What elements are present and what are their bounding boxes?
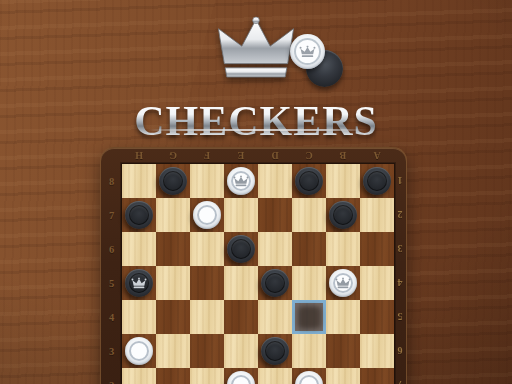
square-B7[interactable] <box>326 198 360 232</box>
white-man-piece[interactable] <box>193 201 221 229</box>
square-H7[interactable] <box>122 198 156 232</box>
square-A5[interactable] <box>360 266 394 300</box>
square-C3[interactable] <box>292 334 326 368</box>
square-D2[interactable] <box>258 368 292 384</box>
square-D8[interactable] <box>258 164 292 198</box>
square-D3[interactable] <box>258 334 292 368</box>
rank-label-5: 5 <box>101 266 122 300</box>
square-A2[interactable] <box>360 368 394 384</box>
column-label-D: D <box>258 148 292 164</box>
rank-label-6: 6 <box>101 232 122 266</box>
square-F8[interactable] <box>190 164 224 198</box>
square-E5[interactable] <box>224 266 258 300</box>
white-man-piece[interactable] <box>125 337 153 365</box>
square-F4[interactable] <box>190 300 224 334</box>
square-C5[interactable] <box>292 266 326 300</box>
black-man-piece[interactable] <box>261 269 289 297</box>
square-A7[interactable] <box>360 198 394 232</box>
king-crown-icon <box>299 45 316 58</box>
square-G2[interactable] <box>156 368 190 384</box>
square-F3[interactable] <box>190 334 224 368</box>
checkers-board: HGFEDCBA 8765432 1234567 <box>100 147 407 384</box>
square-G6[interactable] <box>156 232 190 266</box>
black-man-piece[interactable] <box>159 167 187 195</box>
black-man-piece[interactable] <box>125 201 153 229</box>
column-label-C: C <box>292 148 326 164</box>
column-label-E: E <box>224 148 258 164</box>
king-crown-icon <box>335 277 351 289</box>
square-B3[interactable] <box>326 334 360 368</box>
white-man-piece[interactable] <box>295 371 323 384</box>
column-label-A: A <box>360 148 394 164</box>
rank-label-rotated-1: 1 <box>394 164 406 198</box>
square-E8[interactable] <box>224 164 258 198</box>
square-G3[interactable] <box>156 334 190 368</box>
square-A4[interactable] <box>360 300 394 334</box>
black-man-piece[interactable] <box>329 201 357 229</box>
move-highlight-ghost <box>298 306 321 329</box>
square-G7[interactable] <box>156 198 190 232</box>
square-C6[interactable] <box>292 232 326 266</box>
square-C2[interactable] <box>292 368 326 384</box>
square-E4[interactable] <box>224 300 258 334</box>
board-right-labels: 1234567 <box>394 164 406 384</box>
white-king-piece[interactable] <box>227 167 255 195</box>
white-king-piece[interactable] <box>329 269 357 297</box>
column-label-G: G <box>156 148 190 164</box>
square-C4[interactable] <box>292 300 326 334</box>
square-A6[interactable] <box>360 232 394 266</box>
crown-logo-icon <box>216 14 296 80</box>
rank-label-rotated-3: 3 <box>394 232 406 266</box>
black-man-piece[interactable] <box>295 167 323 195</box>
black-man-piece[interactable] <box>363 167 391 195</box>
square-D4[interactable] <box>258 300 292 334</box>
square-H3[interactable] <box>122 334 156 368</box>
game-title: CHECKERS <box>0 100 512 142</box>
rank-label-rotated-5: 5 <box>394 300 406 334</box>
square-E2[interactable] <box>224 368 258 384</box>
square-D7[interactable] <box>258 198 292 232</box>
black-man-piece[interactable] <box>261 337 289 365</box>
square-B4[interactable] <box>326 300 360 334</box>
white-man-piece[interactable] <box>227 371 255 384</box>
rank-label-3: 3 <box>101 334 122 368</box>
square-H4[interactable] <box>122 300 156 334</box>
square-H5[interactable] <box>122 266 156 300</box>
logo-white-king-piece <box>290 34 325 69</box>
rank-label-7: 7 <box>101 198 122 232</box>
square-C7[interactable] <box>292 198 326 232</box>
square-F5[interactable] <box>190 266 224 300</box>
checkers-app: { "game": "checkers", "header": { "title… <box>0 0 512 384</box>
rank-label-4: 4 <box>101 300 122 334</box>
square-D5[interactable] <box>258 266 292 300</box>
title-divider <box>148 129 366 131</box>
rank-label-rotated-6: 6 <box>394 334 406 368</box>
rank-label-rotated-2: 2 <box>394 198 406 232</box>
square-E3[interactable] <box>224 334 258 368</box>
column-label-F: F <box>190 148 224 164</box>
board-left-labels: 8765432 <box>101 164 122 384</box>
board-grid <box>122 164 394 384</box>
rank-label-rotated-7: 7 <box>394 368 406 384</box>
square-G8[interactable] <box>156 164 190 198</box>
square-F6[interactable] <box>190 232 224 266</box>
square-F7[interactable] <box>190 198 224 232</box>
board-top-labels: HGFEDCBA <box>122 148 394 164</box>
square-E7[interactable] <box>224 198 258 232</box>
square-B2[interactable] <box>326 368 360 384</box>
king-crown-icon <box>131 277 147 289</box>
square-E6[interactable] <box>224 232 258 266</box>
rank-label-8: 8 <box>101 164 122 198</box>
square-A8[interactable] <box>360 164 394 198</box>
square-B8[interactable] <box>326 164 360 198</box>
square-F2[interactable] <box>190 368 224 384</box>
column-label-H: H <box>122 148 156 164</box>
square-B6[interactable] <box>326 232 360 266</box>
black-man-piece[interactable] <box>227 235 255 263</box>
rank-label-2: 2 <box>101 368 122 384</box>
king-crown-icon <box>233 175 249 187</box>
square-D6[interactable] <box>258 232 292 266</box>
black-king-piece[interactable] <box>125 269 153 297</box>
square-A3[interactable] <box>360 334 394 368</box>
square-H2[interactable] <box>122 368 156 384</box>
square-G5[interactable] <box>156 266 190 300</box>
square-H6[interactable] <box>122 232 156 266</box>
square-B5[interactable] <box>326 266 360 300</box>
square-G4[interactable] <box>156 300 190 334</box>
square-H8[interactable] <box>122 164 156 198</box>
rank-label-rotated-4: 4 <box>394 266 406 300</box>
column-label-B: B <box>326 148 360 164</box>
square-C8[interactable] <box>292 164 326 198</box>
